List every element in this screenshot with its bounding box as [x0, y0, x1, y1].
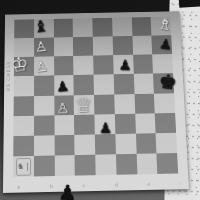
square-r1c7: [131, 17, 151, 36]
square-r3c7: [133, 55, 154, 75]
square-r1c6: [112, 17, 132, 36]
board-brand-text: US CHESS: [5, 61, 14, 92]
square-r5c7: [134, 93, 155, 113]
square-r4c5: [94, 75, 114, 95]
corner-knight-logo: ♞❘: [16, 158, 31, 176]
square-r2c1: [14, 38, 34, 57]
square-r3c2: [34, 57, 54, 77]
square-r5c6: [114, 94, 135, 114]
square-r7c8: [156, 133, 177, 154]
square-r8c7: [136, 153, 157, 174]
square-r6c8: [155, 113, 176, 133]
square-r7c4: [74, 134, 95, 155]
chess-board: US CHESS ♞❘♝♗♙♟♔♙♟♟♚♙♕♟ a b c d e f g h: [3, 11, 189, 193]
board-coordinates: a b c d e f g h: [17, 180, 181, 189]
square-r1c8: [151, 17, 171, 36]
captured-piece-bottom: ♟: [58, 183, 78, 200]
square-r5c2: [34, 95, 54, 115]
square-r2c8: [152, 35, 173, 54]
square-r6c7: [135, 113, 156, 133]
square-r3c6: [113, 55, 133, 75]
square-r4c6: [113, 74, 134, 94]
square-r4c3: [54, 75, 74, 95]
photo-scene: US CHESS ♞❘♝♗♙♟♔♙♟♟♚♙♕♟ a b c d e f g h …: [0, 0, 200, 200]
square-r8c2: [34, 155, 55, 176]
square-r3c3: [54, 56, 74, 76]
square-r7c5: [95, 134, 116, 155]
square-r7c3: [54, 135, 75, 156]
board-grid: ♞❘♝♗♙♟♔♙♟♟♚♙♕♟: [13, 17, 178, 177]
square-r6c3: [54, 115, 74, 135]
square-r2c3: [53, 37, 73, 56]
square-r2c2: [34, 38, 54, 57]
square-r5c1: [14, 96, 34, 116]
square-r6c5: [94, 114, 115, 134]
square-r6c1: [13, 115, 33, 135]
square-r4c4: [74, 75, 94, 95]
square-r4c1: [14, 76, 34, 96]
square-r3c5: [93, 55, 113, 75]
square-r1c4: [73, 18, 93, 37]
square-r8c8: [157, 153, 178, 174]
square-r4c7: [133, 74, 154, 94]
square-r5c4: [74, 94, 94, 114]
square-r7c7: [135, 133, 156, 154]
square-r7c6: [115, 133, 136, 154]
square-r6c4: [74, 114, 95, 134]
square-r7c1: [13, 135, 34, 156]
square-r3c8: [152, 54, 173, 74]
square-r4c2: [34, 76, 54, 96]
square-r5c3: [54, 95, 74, 115]
square-r2c5: [93, 36, 113, 55]
square-r1c1: [14, 19, 34, 38]
square-r3c4: [73, 56, 93, 76]
square-r1c5: [92, 18, 112, 37]
square-r2c4: [73, 37, 93, 56]
square-r4c8: [153, 73, 174, 93]
square-r2c6: [112, 36, 132, 55]
square-r5c8: [154, 93, 175, 113]
square-r8c1: ♞❘: [13, 156, 34, 177]
square-r7c2: [34, 135, 54, 156]
square-r8c6: [116, 154, 137, 175]
square-r6c6: [115, 113, 136, 133]
square-r8c3: [54, 155, 75, 176]
square-r8c5: [95, 154, 116, 175]
square-r6c2: [34, 115, 54, 135]
square-r3c1: [14, 57, 34, 77]
square-r5c5: [94, 94, 115, 114]
square-r2c7: [132, 36, 152, 55]
square-r1c2: [34, 19, 54, 38]
square-r8c4: [75, 155, 96, 176]
square-r1c3: [53, 19, 73, 38]
